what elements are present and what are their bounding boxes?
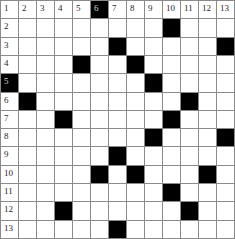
grid-cell[interactable] [163,38,181,56]
coordinate-label-cell: 7 [109,1,127,19]
grid-cell[interactable] [127,74,145,92]
coordinate-label-cell: 4 [55,1,73,19]
black-cell [217,38,235,56]
coordinate-label: 13 [217,1,234,13]
grid-cell[interactable] [145,38,163,56]
coordinate-label: 8 [1,129,18,141]
grid-cell[interactable] [73,129,91,147]
grid-cell[interactable] [163,93,181,111]
coordinate-label: 7 [1,111,18,123]
grid-cell[interactable] [55,38,73,56]
coordinate-label: 5 [1,74,18,86]
coordinate-label: 2 [19,1,36,13]
grid-cell[interactable] [181,166,199,184]
coordinate-label-cell: 10 [163,1,181,19]
grid-cell[interactable] [217,202,235,220]
grid-cell[interactable] [217,166,235,184]
grid-cell[interactable] [109,202,127,220]
grid-cell[interactable] [163,221,181,239]
coordinate-label: 1 [1,1,18,13]
coordinate-label-cell: 1 [1,1,19,19]
grid-cell[interactable] [217,147,235,165]
coordinate-label: 6 [1,93,18,105]
grid-cell[interactable] [145,166,163,184]
black-cell [199,166,217,184]
coordinate-label-cell: 3 [1,38,19,56]
grid-cell[interactable] [91,147,109,165]
grid-cell[interactable] [163,147,181,165]
coordinate-label-cell: 10 [1,166,19,184]
grid-cell[interactable] [73,166,91,184]
grid-cell[interactable] [145,221,163,239]
grid-cell[interactable] [73,93,91,111]
grid-cell[interactable] [73,184,91,202]
coordinate-label: 3 [37,1,54,13]
grid-cell[interactable] [91,19,109,37]
grid-cell[interactable] [109,129,127,147]
grid-cell[interactable] [217,19,235,37]
grid-cell[interactable] [55,184,73,202]
grid-cell[interactable] [19,19,37,37]
grid-cell[interactable] [73,19,91,37]
grid-cell[interactable] [37,129,55,147]
grid-cell[interactable] [73,147,91,165]
grid-cell[interactable] [55,129,73,147]
coordinate-label-cell: 13 [217,1,235,19]
coordinate-label: 7 [109,1,126,13]
grid-cell[interactable] [145,93,163,111]
black-cell [145,129,163,147]
black-cell: 6 [91,1,109,19]
grid-cell[interactable] [199,74,217,92]
grid-cell[interactable] [181,184,199,202]
black-cell [145,74,163,92]
grid-cell[interactable] [37,184,55,202]
grid-cell[interactable] [199,184,217,202]
puzzle-grid: 123456789101112132345678910111213 [0,0,235,239]
grid-cell[interactable] [127,38,145,56]
grid-cell[interactable] [19,147,37,165]
grid-cell[interactable] [37,38,55,56]
grid-cell[interactable] [37,19,55,37]
grid-cell[interactable] [145,184,163,202]
grid-cell[interactable] [19,221,37,239]
grid-cell[interactable] [181,129,199,147]
grid-cell[interactable] [181,19,199,37]
grid-cell[interactable] [109,93,127,111]
grid-cell[interactable] [217,184,235,202]
grid-cell[interactable] [217,74,235,92]
black-cell [217,129,235,147]
grid-cell[interactable] [217,111,235,129]
grid-cell[interactable] [55,19,73,37]
grid-cell[interactable] [91,56,109,74]
grid-cell[interactable] [163,202,181,220]
grid-cell[interactable] [37,74,55,92]
black-cell [73,56,91,74]
grid-cell[interactable] [37,147,55,165]
grid-cell[interactable] [145,19,163,37]
coordinate-label-cell: 12 [199,1,217,19]
coordinate-label: 11 [1,184,18,196]
grid-cell[interactable] [91,93,109,111]
grid-cell[interactable] [163,129,181,147]
black-cell [109,147,127,165]
coordinate-label-cell: 9 [1,147,19,165]
grid-cell[interactable] [91,129,109,147]
coordinate-label-cell: 13 [1,221,19,239]
grid-cell[interactable] [91,202,109,220]
grid-cell[interactable] [19,129,37,147]
coordinate-label-cell: 12 [1,202,19,220]
grid-cell[interactable] [181,221,199,239]
grid-cell[interactable] [55,147,73,165]
grid-cell[interactable] [19,202,37,220]
grid-cell[interactable] [199,147,217,165]
grid-cell[interactable] [55,221,73,239]
grid-cell[interactable] [109,166,127,184]
grid-cell[interactable] [109,56,127,74]
coordinate-label: 11 [181,1,198,13]
coordinate-label: 2 [1,19,18,31]
grid-cell[interactable] [217,93,235,111]
grid-cell[interactable] [37,202,55,220]
grid-cell[interactable] [217,56,235,74]
coordinate-label-cell: 9 [145,1,163,19]
coordinate-label: 4 [55,1,72,13]
coordinate-label: 8 [127,1,144,13]
grid-cell[interactable] [127,184,145,202]
black-cell [109,221,127,239]
grid-cell[interactable] [37,93,55,111]
grid-cell[interactable] [145,56,163,74]
grid-cell[interactable] [127,129,145,147]
grid-cell[interactable] [163,166,181,184]
grid-cell[interactable] [199,38,217,56]
coordinate-label: 9 [145,1,162,13]
coordinate-label: 9 [1,147,18,159]
black-cell [163,19,181,37]
grid-cell[interactable] [217,221,235,239]
coordinate-label-cell: 8 [127,1,145,19]
coordinate-label-cell: 2 [1,19,19,37]
coordinate-label-cell: 5 [73,1,91,19]
grid-cell[interactable] [73,38,91,56]
grid-cell[interactable] [145,202,163,220]
grid-cell[interactable] [37,166,55,184]
coordinate-label: 6 [91,1,108,13]
black-cell [91,166,109,184]
grid-cell[interactable] [127,111,145,129]
grid-cell[interactable] [19,56,37,74]
coordinate-label-cell: 3 [37,1,55,19]
grid-cell[interactable] [181,147,199,165]
grid-cell[interactable] [91,221,109,239]
grid-cell[interactable] [73,74,91,92]
grid-cell[interactable] [127,93,145,111]
grid-cell[interactable] [199,129,217,147]
grid-cell[interactable] [55,56,73,74]
coordinate-label: 4 [1,56,18,68]
grid-cell[interactable] [109,19,127,37]
grid-cell[interactable] [73,202,91,220]
coordinate-label: 13 [1,221,18,233]
grid-cell[interactable] [91,38,109,56]
black-cell [55,111,73,129]
grid-cell[interactable] [181,74,199,92]
coordinate-label: 3 [1,38,18,50]
grid-cell[interactable] [55,74,73,92]
coordinate-label: 12 [1,202,18,214]
grid-cell[interactable] [181,111,199,129]
grid-cell[interactable] [163,74,181,92]
coordinate-label-cell: 4 [1,56,19,74]
black-cell [109,38,127,56]
grid-cell[interactable] [37,56,55,74]
grid-cell[interactable] [19,74,37,92]
grid-cell[interactable] [127,202,145,220]
coordinate-label-cell: 11 [181,1,199,19]
grid-cell[interactable] [37,221,55,239]
grid-cell[interactable] [181,56,199,74]
grid-cell[interactable] [109,111,127,129]
grid-cell[interactable] [127,19,145,37]
grid-cell[interactable] [37,111,55,129]
grid-cell[interactable] [19,166,37,184]
black-cell [181,93,199,111]
grid-cell[interactable] [55,166,73,184]
grid-cell[interactable] [127,147,145,165]
grid-cell[interactable] [163,56,181,74]
grid-cell[interactable] [19,184,37,202]
grid-cell[interactable] [19,38,37,56]
black-cell [55,202,73,220]
grid-cell[interactable] [55,93,73,111]
coordinate-label: 10 [1,166,18,178]
grid-cell[interactable] [91,74,109,92]
black-cell [163,184,181,202]
coordinate-label-cell: 2 [19,1,37,19]
grid-cell[interactable] [199,111,217,129]
grid-cell[interactable] [145,111,163,129]
grid-cell[interactable] [19,111,37,129]
grid-cell[interactable] [91,184,109,202]
coordinate-label-cell: 6 [1,93,19,111]
black-cell [127,166,145,184]
grid-cell[interactable] [199,56,217,74]
coordinate-label-cell: 7 [1,111,19,129]
grid-cell[interactable] [127,221,145,239]
grid-cell[interactable] [73,111,91,129]
grid-cell[interactable] [73,221,91,239]
black-cell [19,93,37,111]
grid-cell[interactable] [181,38,199,56]
coordinate-label: 10 [163,1,180,13]
grid-cell[interactable] [199,202,217,220]
coordinate-label-cell: 11 [1,184,19,202]
coordinate-label: 12 [199,1,216,13]
black-cell: 5 [1,74,19,92]
grid-cell[interactable] [199,19,217,37]
coordinate-label-cell: 8 [1,129,19,147]
grid-cell[interactable] [199,93,217,111]
black-cell [163,111,181,129]
coordinate-label: 5 [73,1,90,13]
grid-cell[interactable] [109,184,127,202]
grid-cell[interactable] [109,74,127,92]
black-cell [127,56,145,74]
black-cell [181,202,199,220]
grid-cell[interactable] [199,221,217,239]
grid-cell[interactable] [91,111,109,129]
grid-cell[interactable] [145,147,163,165]
